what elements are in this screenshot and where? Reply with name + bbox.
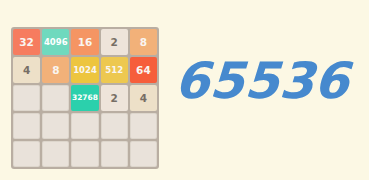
tile-8: 8 [42, 57, 69, 83]
game-logo-65536: 65536 [169, 52, 363, 110]
tile-4: 4 [130, 85, 157, 111]
empty-cell-r5c4 [101, 141, 128, 167]
empty-cell-r5c5 [130, 141, 157, 167]
empty-cell-r4c4 [101, 113, 128, 139]
empty-cell-r4c1 [13, 113, 40, 139]
tile-2: 2 [101, 29, 128, 55]
empty-cell-r5c1 [13, 141, 40, 167]
empty-cell-r3c1 [13, 85, 40, 111]
app-screen: 3240961628481024512643276824 65536 [0, 0, 369, 180]
empty-cell-r5c2 [42, 141, 69, 167]
empty-cell-r4c3 [71, 113, 98, 139]
empty-cell-r3c2 [42, 85, 69, 111]
tile-8: 8 [130, 29, 157, 55]
empty-cell-r4c2 [42, 113, 69, 139]
tile-1024: 1024 [71, 57, 98, 83]
tile-64: 64 [130, 57, 157, 83]
tile-16: 16 [71, 29, 98, 55]
game-board[interactable]: 3240961628481024512643276824 [11, 27, 159, 169]
tile-32: 32 [13, 29, 40, 55]
tile-4: 4 [13, 57, 40, 83]
tile-32768: 32768 [71, 85, 98, 111]
tile-2: 2 [101, 85, 128, 111]
tile-512: 512 [101, 57, 128, 83]
empty-cell-r4c5 [130, 113, 157, 139]
empty-cell-r5c3 [71, 141, 98, 167]
tile-4096: 4096 [42, 29, 69, 55]
